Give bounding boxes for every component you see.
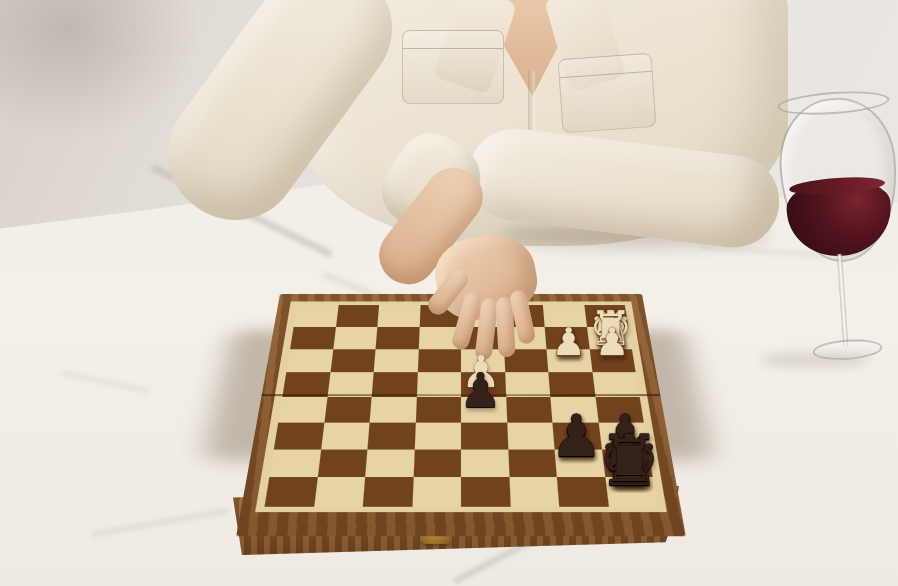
square-g7[interactable] <box>317 449 367 477</box>
square-a4[interactable] <box>592 372 640 396</box>
square-h4[interactable] <box>282 372 330 396</box>
square-f7[interactable] <box>365 449 414 477</box>
white-pawn-a2[interactable]: ♟ <box>595 323 629 361</box>
square-g3[interactable] <box>330 349 376 372</box>
square-f5[interactable] <box>370 397 417 423</box>
square-h8[interactable] <box>265 477 318 506</box>
square-d6[interactable] <box>461 422 508 449</box>
square-g4[interactable] <box>327 372 374 396</box>
square-c4[interactable] <box>505 372 551 396</box>
square-h6[interactable] <box>274 422 324 449</box>
white-pawn-b2[interactable]: ♟ <box>552 323 586 361</box>
square-f3[interactable] <box>374 349 419 372</box>
square-h3[interactable] <box>286 349 333 372</box>
square-c6[interactable] <box>507 422 555 449</box>
square-e8[interactable] <box>412 477 461 506</box>
square-g2[interactable] <box>333 327 378 349</box>
square-c8[interactable] <box>509 477 559 506</box>
square-h2[interactable] <box>290 327 335 349</box>
scene: ♜♞♝♛♚♝♞♜♟♟♟♟♟♟♟♟♟♟♟♟♟♟♟♟♜♞♝♛♚♝♞♜ <box>0 0 898 586</box>
square-d7[interactable] <box>461 449 509 477</box>
square-f2[interactable] <box>376 327 420 349</box>
square-e6[interactable] <box>414 422 461 449</box>
square-d8[interactable] <box>461 477 510 506</box>
square-f6[interactable] <box>367 422 415 449</box>
black-pawn-d5[interactable]: ♟ <box>459 366 502 414</box>
wall-corner-shadow <box>0 0 200 140</box>
square-f1[interactable] <box>377 305 420 326</box>
square-f8[interactable] <box>363 477 413 506</box>
square-g6[interactable] <box>321 422 370 449</box>
wine-glass-base <box>812 337 883 362</box>
square-e7[interactable] <box>413 449 461 477</box>
square-b4[interactable] <box>548 372 595 396</box>
red-wine <box>785 176 894 259</box>
square-c7[interactable] <box>508 449 557 477</box>
black-rook-a8[interactable]: ♜ <box>598 426 661 496</box>
wine-glass-stem <box>837 254 848 346</box>
square-g8[interactable] <box>314 477 366 506</box>
square-e4[interactable] <box>416 372 461 396</box>
square-e5[interactable] <box>415 397 461 423</box>
shirt-chest-pocket-right <box>558 53 657 133</box>
shirt-chest-pocket-left <box>402 30 504 104</box>
square-e3[interactable] <box>417 349 461 372</box>
square-c5[interactable] <box>506 397 553 423</box>
square-h7[interactable] <box>269 449 320 477</box>
black-pawn-b7[interactable]: ♟ <box>551 407 603 465</box>
square-g1[interactable] <box>336 305 380 326</box>
wine-glass <box>769 88 898 366</box>
square-h1[interactable] <box>294 305 338 326</box>
square-f4[interactable] <box>372 372 418 396</box>
square-h5[interactable] <box>278 397 327 423</box>
square-g5[interactable] <box>324 397 372 423</box>
